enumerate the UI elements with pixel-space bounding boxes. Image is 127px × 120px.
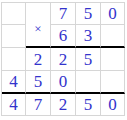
cell-r3c2: 2 bbox=[26, 48, 51, 71]
cell-r5c4: 5 bbox=[76, 94, 101, 116]
cell-r3c5 bbox=[101, 48, 125, 71]
cell-r4c3: 0 bbox=[51, 71, 76, 94]
cell-r2c5 bbox=[101, 25, 125, 48]
cell-r2c3: 6 bbox=[51, 25, 76, 48]
cell-r5c2: 7 bbox=[26, 94, 51, 116]
cell-r4c2: 5 bbox=[26, 71, 51, 94]
cell-r4c5 bbox=[101, 71, 125, 94]
cell-r2c1 bbox=[2, 25, 26, 48]
cell-r3c3: 2 bbox=[51, 48, 76, 71]
cell-r1c5: 0 bbox=[101, 3, 125, 25]
cell-r2c4: 3 bbox=[76, 25, 101, 48]
cell-r4c1: 4 bbox=[2, 71, 26, 94]
cell-r5c5: 0 bbox=[101, 94, 125, 116]
cell-r1c1 bbox=[2, 3, 26, 25]
cell-r1c3: 7 bbox=[51, 3, 76, 25]
cell-r3c1 bbox=[2, 48, 26, 71]
cell-r5c1: 4 bbox=[2, 94, 26, 116]
cell-r3c4: 5 bbox=[76, 48, 101, 71]
multiply-sign: × bbox=[26, 3, 51, 48]
worksheet-page: × 7 5 0 6 3 2 2 5 4 5 0 4 7 2 5 0 bbox=[0, 0, 127, 120]
long-multiplication-grid: × 7 5 0 6 3 2 2 5 4 5 0 4 7 2 5 0 bbox=[1, 2, 125, 116]
cell-r4c4 bbox=[76, 71, 101, 94]
cell-r1c4: 5 bbox=[76, 3, 101, 25]
cell-r5c3: 2 bbox=[51, 94, 76, 116]
